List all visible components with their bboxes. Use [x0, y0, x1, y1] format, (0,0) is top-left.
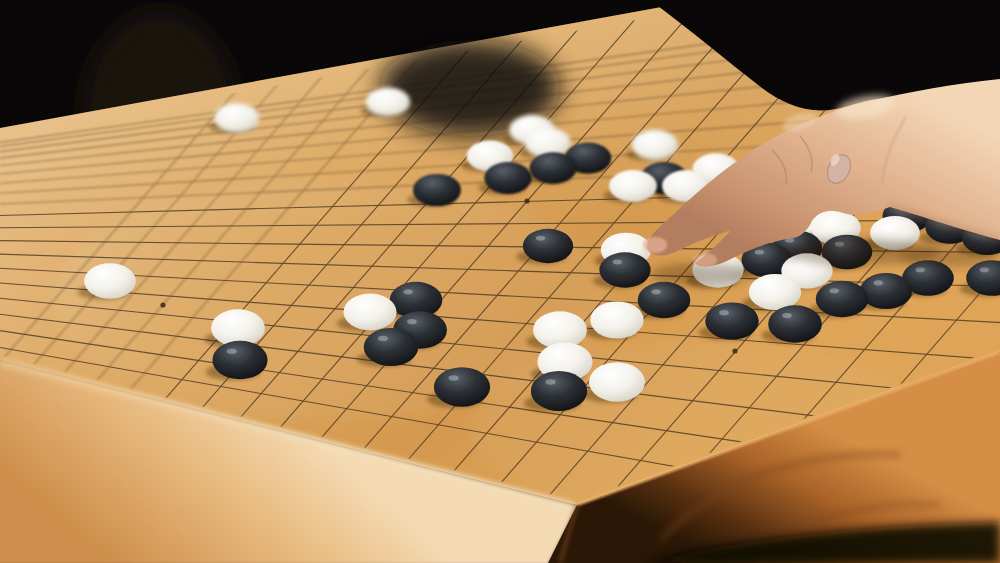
stone-black — [768, 305, 822, 342]
stone-highlight — [227, 349, 237, 354]
star-point — [732, 348, 737, 353]
stone-highlight — [378, 336, 388, 341]
stone-black — [531, 371, 587, 411]
stone-highlight — [613, 260, 622, 265]
fingertip — [643, 237, 667, 253]
stone-highlight — [407, 319, 417, 324]
stone-black — [484, 162, 531, 194]
stone-highlight — [719, 310, 729, 315]
star-point — [524, 198, 529, 203]
stone-black — [212, 341, 267, 380]
stone-highlight — [755, 250, 764, 255]
fingertip — [693, 253, 717, 267]
stone-white — [215, 103, 260, 132]
stone-black — [529, 152, 576, 183]
stone-highlight — [873, 280, 882, 285]
stone-white — [343, 294, 396, 331]
stone-highlight — [980, 268, 989, 273]
stone-highlight — [782, 313, 792, 318]
stone-black — [364, 328, 419, 366]
stone-white — [84, 263, 136, 299]
stone-black — [523, 229, 573, 263]
stone-white — [749, 274, 801, 310]
stone-highlight — [545, 379, 555, 385]
stone-highlight — [536, 236, 545, 241]
star-point — [160, 302, 165, 307]
stone-highlight — [448, 375, 458, 381]
stone-highlight — [829, 288, 838, 293]
stone-white — [609, 170, 657, 202]
stone-black — [434, 367, 490, 407]
stone-black — [413, 174, 461, 206]
stone-black — [705, 302, 758, 339]
stone-white — [589, 362, 645, 402]
hand-shadow — [900, 247, 1000, 267]
go-game-photo: go — [0, 0, 1000, 563]
stone-white — [632, 130, 678, 161]
stone-highlight — [403, 289, 412, 294]
stone-black — [816, 281, 869, 317]
stone-white — [366, 88, 410, 117]
stone-highlight — [916, 268, 925, 273]
go-board-photo-svg — [0, 0, 1000, 563]
stone-white — [590, 301, 643, 338]
stone-black — [599, 252, 650, 287]
stone-black — [860, 273, 912, 309]
stone-highlight — [651, 289, 660, 294]
stone-black — [638, 282, 691, 318]
